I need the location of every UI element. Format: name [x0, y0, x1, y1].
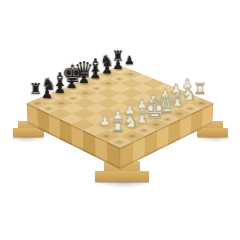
white-rook-piece[interactable]: ♜	[102, 110, 134, 142]
chess-set-photo: ♜♞♝♛♚♝♞♜♟♟♟♟♟♟♟♟♟♟♟♟♟♟♟♟♜♞♝♛♚♝♞♜	[0, 0, 240, 240]
black-pawn-piece[interactable]: ♟	[32, 79, 62, 109]
photo-stage: ♜♞♝♛♚♝♞♜♟♟♟♟♟♟♟♟♟♟♟♟♟♟♟♟♜♞♝♛♚♝♞♜	[0, 0, 240, 240]
chess-board: ♜♞♝♛♚♝♞♜♟♟♟♟♟♟♟♟♟♟♟♟♟♟♟♟♜♞♝♛♚♝♞♜	[27, 65, 214, 148]
